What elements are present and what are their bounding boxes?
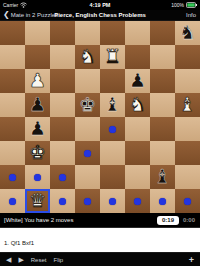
board-cell-a7[interactable] <box>0 45 25 69</box>
move-dot-d3[interactable] <box>84 150 91 157</box>
chess-piece-wP-b6: ♟ <box>25 69 50 93</box>
chess-piece-wK-b3: ♚ <box>25 141 50 165</box>
board-cell-e7[interactable]: ♜ <box>100 45 125 69</box>
board-cell-h4[interactable] <box>175 117 200 141</box>
plus-button[interactable]: + <box>189 255 194 265</box>
board-cell-d6[interactable] <box>75 69 100 93</box>
chess-board: ♞♞♜♟♟♟♚♝♞♝♟♚♝♛ <box>0 21 200 213</box>
board-cell-f6[interactable]: ♟ <box>125 69 150 93</box>
board-cell-h7[interactable] <box>175 45 200 69</box>
status-bar-right: 100% <box>171 2 197 8</box>
board-cell-d1[interactable] <box>75 189 100 213</box>
move-dot-a1[interactable] <box>9 198 16 205</box>
status-bar: Carrier 4:19 PM 100% <box>0 0 200 10</box>
board-cell-a6[interactable] <box>0 69 25 93</box>
board-cell-g1[interactable] <box>150 189 175 213</box>
chess-piece-bB-e5: ♝ <box>100 93 125 117</box>
board-cell-b1[interactable]: ♛ <box>25 189 50 213</box>
board-cell-b6[interactable]: ♟ <box>25 69 50 93</box>
board-cell-h5[interactable]: ♝ <box>175 93 200 117</box>
board-cell-g4[interactable] <box>150 117 175 141</box>
move-dot-h1[interactable] <box>184 198 191 205</box>
board-cell-g3[interactable] <box>150 141 175 165</box>
board-cell-h3[interactable] <box>175 141 200 165</box>
board-cell-e6[interactable] <box>100 69 125 93</box>
board-cell-d5[interactable]: ♚ <box>75 93 100 117</box>
move-list-text: 1. Qf1 Bxf1 <box>4 240 34 246</box>
battery-percent: 100% <box>171 2 184 8</box>
chess-piece-bP-b5: ♟ <box>25 93 50 117</box>
move-dot-c1[interactable] <box>59 198 66 205</box>
board-cell-a8[interactable] <box>0 21 25 45</box>
chess-piece-wN-f5: ♞ <box>125 93 150 117</box>
move-dot-a2[interactable] <box>9 174 16 181</box>
chess-piece-bB-g2: ♝ <box>150 165 175 189</box>
flip-button[interactable]: Flip <box>53 253 63 266</box>
chess-piece-wN-d7: ♞ <box>75 45 100 69</box>
board-cell-c2[interactable] <box>50 165 75 189</box>
board-cell-b7[interactable] <box>25 45 50 69</box>
board-cell-f4[interactable] <box>125 117 150 141</box>
timer-secondary: 0:00 <box>183 217 195 223</box>
move-dot-d1[interactable] <box>84 198 91 205</box>
board-cell-d2[interactable] <box>75 165 100 189</box>
status-strip: [White] You have 2 moves 0:19 0:00 <box>0 213 200 227</box>
move-list-panel: 1. Qf1 Bxf1 <box>0 227 200 252</box>
board-cell-c7[interactable] <box>50 45 75 69</box>
toolbar: ◀ ▶ Reset Flip + <box>0 252 200 266</box>
board-cell-h6[interactable] <box>175 69 200 93</box>
carrier-label: Carrier <box>3 2 18 8</box>
move-dot-f1[interactable] <box>134 198 141 205</box>
next-move-button[interactable]: ▶ <box>18 256 23 264</box>
back-button[interactable]: ❮ Mate in 2 Puzzles <box>3 10 58 20</box>
board-cell-a1[interactable] <box>0 189 25 213</box>
chess-piece-bP-f6: ♟ <box>125 69 150 93</box>
page-title: Pierce, English Chess Problems <box>54 12 146 18</box>
move-dot-b2[interactable] <box>34 174 41 181</box>
board-cell-a4[interactable] <box>0 117 25 141</box>
app-window: Carrier 4:19 PM 100% ❮ Mate in 2 Puzzles… <box>0 0 200 266</box>
nav-bar: ❮ Mate in 2 Puzzles Pierce, English Ches… <box>0 10 200 21</box>
reset-button[interactable]: Reset <box>31 253 47 266</box>
board-cell-c6[interactable] <box>50 69 75 93</box>
board-cell-b4[interactable]: ♟ <box>25 117 50 141</box>
back-chevron-icon: ❮ <box>3 11 10 19</box>
board-cell-f7[interactable] <box>125 45 150 69</box>
chess-piece-bK-d5: ♚ <box>75 93 100 117</box>
timer-pill: 0:19 <box>157 216 179 225</box>
board-cell-b8[interactable] <box>25 21 50 45</box>
board-cell-b3[interactable]: ♚ <box>25 141 50 165</box>
board-cell-e8[interactable] <box>100 21 125 45</box>
board-cell-e2[interactable] <box>100 165 125 189</box>
board-cell-e3[interactable] <box>100 141 125 165</box>
board-cell-f3[interactable] <box>125 141 150 165</box>
board-cell-a5[interactable] <box>0 93 25 117</box>
board-cell-b5[interactable]: ♟ <box>25 93 50 117</box>
chess-piece-wQ-b1: ♛ <box>25 189 50 213</box>
board-cell-g2[interactable]: ♝ <box>150 165 175 189</box>
prev-move-button[interactable]: ◀ <box>6 256 11 264</box>
chess-piece-bP-b4: ♟ <box>25 117 50 141</box>
board-cell-a3[interactable] <box>0 141 25 165</box>
wifi-icon <box>20 2 27 8</box>
board-cell-g8[interactable] <box>150 21 175 45</box>
chess-piece-wR-e7: ♜ <box>100 45 125 69</box>
board-cell-e1[interactable] <box>100 189 125 213</box>
board-cell-h2[interactable] <box>175 165 200 189</box>
info-button[interactable]: Info <box>186 10 196 20</box>
board-cell-h1[interactable] <box>175 189 200 213</box>
board-cell-e4[interactable] <box>100 117 125 141</box>
board-cell-b2[interactable] <box>25 165 50 189</box>
chess-piece-wB-h5: ♝ <box>175 93 200 117</box>
chess-piece-bN-h8: ♞ <box>175 21 200 45</box>
board-cell-d4[interactable] <box>75 117 100 141</box>
board-cell-f5[interactable]: ♞ <box>125 93 150 117</box>
board-cell-c4[interactable] <box>50 117 75 141</box>
move-dot-e1[interactable] <box>109 198 116 205</box>
board-cell-g7[interactable] <box>150 45 175 69</box>
battery-icon <box>186 2 197 8</box>
board-cell-d7[interactable]: ♞ <box>75 45 100 69</box>
board-cell-a2[interactable] <box>0 165 25 189</box>
board-cell-c5[interactable] <box>50 93 75 117</box>
board-cell-c8[interactable] <box>50 21 75 45</box>
board-cell-f8[interactable] <box>125 21 150 45</box>
move-dot-g1[interactable] <box>159 198 166 205</box>
board-cell-f2[interactable] <box>125 165 150 189</box>
board-cell-d8[interactable] <box>75 21 100 45</box>
back-label: Mate in 2 Puzzles <box>11 12 58 18</box>
board-cell-d3[interactable] <box>75 141 100 165</box>
move-dot-c2[interactable] <box>59 174 66 181</box>
status-time: 4:19 PM <box>0 2 200 8</box>
turn-message: [White] You have 2 moves <box>4 217 153 223</box>
board-cell-e5[interactable]: ♝ <box>100 93 125 117</box>
board-cell-c3[interactable] <box>50 141 75 165</box>
status-bar-left: Carrier <box>3 2 27 8</box>
board-cell-g6[interactable] <box>150 69 175 93</box>
board-cell-g5[interactable] <box>150 93 175 117</box>
move-dot-e4[interactable] <box>109 126 116 133</box>
board-cell-h8[interactable]: ♞ <box>175 21 200 45</box>
board-cell-f1[interactable] <box>125 189 150 213</box>
board-cell-c1[interactable] <box>50 189 75 213</box>
